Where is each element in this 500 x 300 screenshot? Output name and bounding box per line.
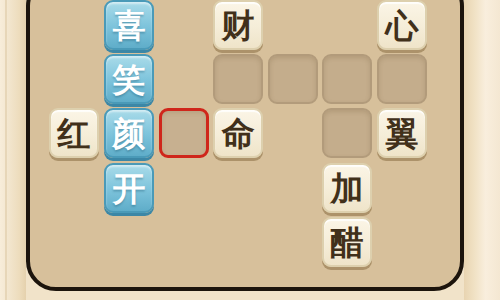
cell-r3c5-加: 加	[322, 163, 372, 213]
cell-r2c0-红: 红	[49, 108, 99, 158]
cell-r3c1-开[interactable]: 开	[104, 163, 154, 213]
cell-r2c6-翼: 翼	[377, 108, 427, 158]
cell-r1c1-笑[interactable]: 笑	[104, 54, 154, 104]
cell-r0c1-喜[interactable]: 喜	[104, 0, 154, 50]
tile-layer: 喜财心笑红颜命翼开加醋	[0, 0, 500, 300]
cell-r2c3-命: 命	[213, 108, 263, 158]
cell-r1c5-empty[interactable]	[322, 54, 372, 104]
cell-r2c2-selected[interactable]	[159, 108, 209, 158]
cell-r0c6-心: 心	[377, 0, 427, 50]
cell-r0c3-财: 财	[213, 0, 263, 50]
cell-r2c1-颜[interactable]: 颜	[104, 108, 154, 158]
cell-r1c6-empty[interactable]	[377, 54, 427, 104]
cell-r2c5-empty[interactable]	[322, 108, 372, 158]
cell-r1c4-empty[interactable]	[268, 54, 318, 104]
cell-r4c5-醋: 醋	[322, 217, 372, 267]
game-screen: 喜财心笑红颜命翼开加醋	[0, 0, 500, 300]
cell-r1c3-empty[interactable]	[213, 54, 263, 104]
